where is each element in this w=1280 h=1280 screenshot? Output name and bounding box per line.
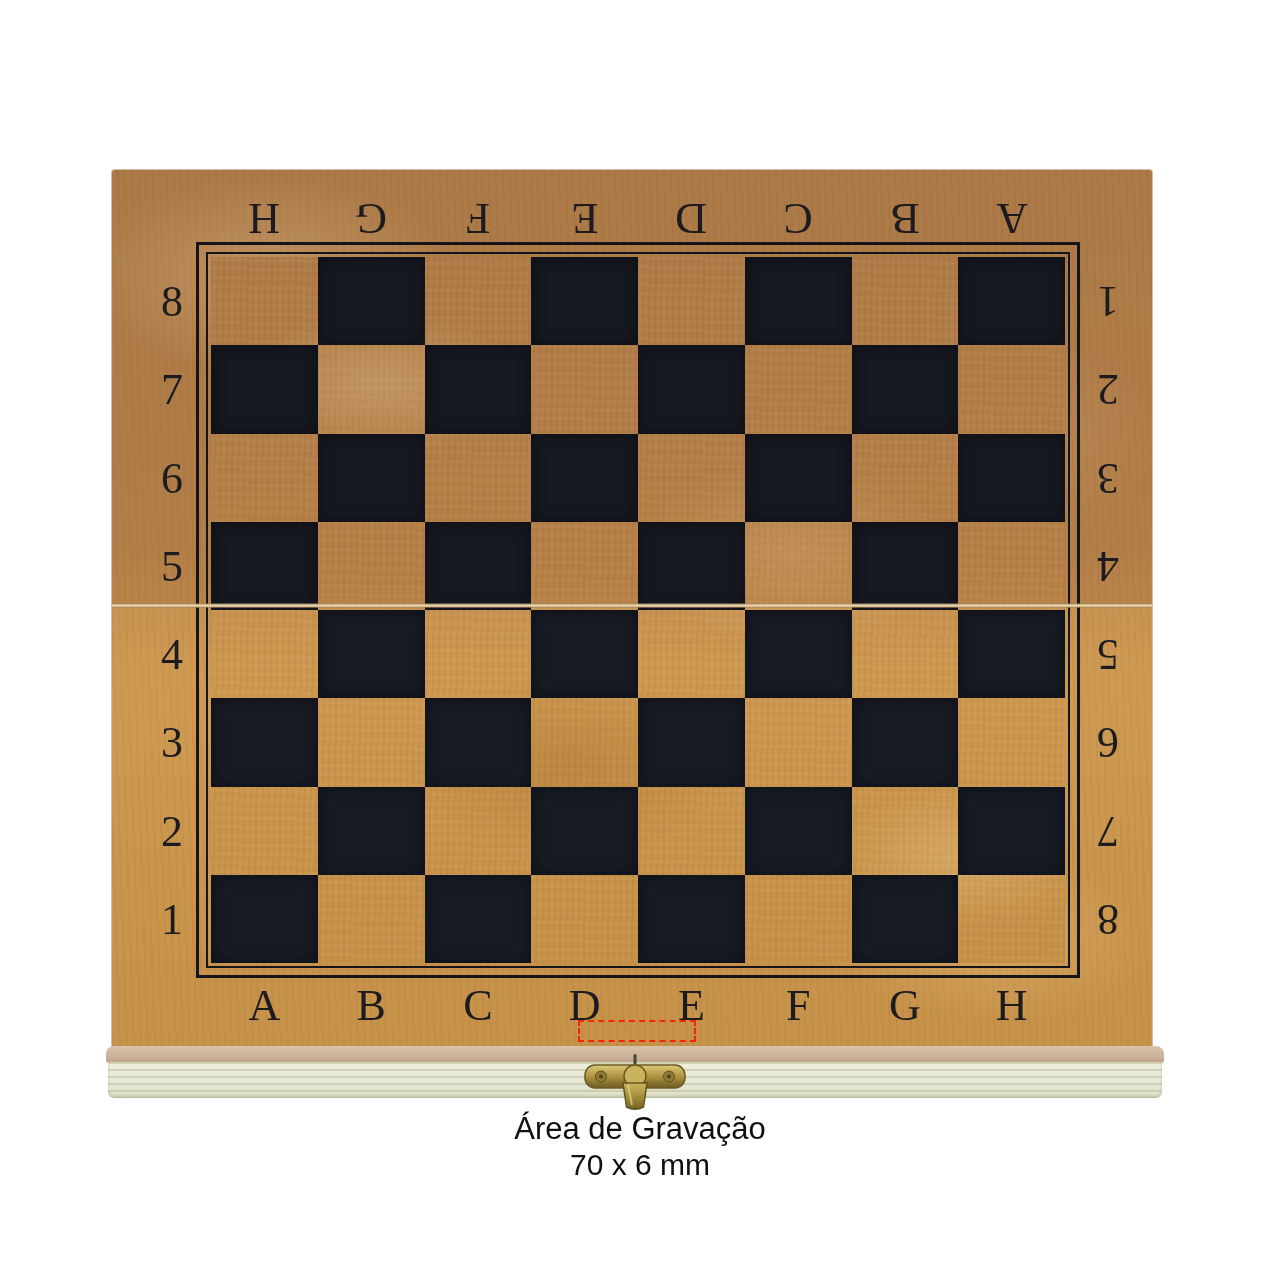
square-b8 [318,257,425,345]
square-f6 [745,434,852,522]
caption-line2: 70 x 6 mm [0,1148,1280,1182]
square-h1 [958,875,1065,963]
file-label-top-h: H [248,193,280,244]
square-f1 [745,875,852,963]
square-a4 [211,610,318,698]
square-b6 [318,434,425,522]
square-g7 [852,345,959,433]
square-e5 [638,522,745,610]
rank-label-left-8: 8 [161,276,183,327]
board-grid [211,257,1065,963]
file-label-top-g: G [355,193,387,244]
rank-label-right-8: 8 [1097,893,1119,944]
square-a2 [211,787,318,875]
square-h2 [958,787,1065,875]
rank-label-right-7: 7 [1097,805,1119,856]
square-a7 [211,345,318,433]
square-h8 [958,257,1065,345]
file-label-top-a: A [996,193,1028,244]
square-f5 [745,522,852,610]
square-g6 [852,434,959,522]
square-e1 [638,875,745,963]
square-c8 [425,257,532,345]
square-f7 [745,345,852,433]
square-g2 [852,787,959,875]
square-a5 [211,522,318,610]
square-g1 [852,875,959,963]
rank-label-right-2: 2 [1097,364,1119,415]
board-frame-inner [206,252,1070,968]
square-b3 [318,698,425,786]
square-a1 [211,875,318,963]
file-label-bottom-c: C [463,980,492,1031]
file-label-bottom-f: F [786,980,810,1031]
rank-label-left-1: 1 [161,893,183,944]
square-h3 [958,698,1065,786]
square-a8 [211,257,318,345]
rank-label-left-2: 2 [161,805,183,856]
square-f2 [745,787,852,875]
square-e7 [638,345,745,433]
square-c7 [425,345,532,433]
fold-seam [112,603,1152,608]
square-g5 [852,522,959,610]
square-e8 [638,257,745,345]
square-e4 [638,610,745,698]
square-g3 [852,698,959,786]
square-h7 [958,345,1065,433]
square-h4 [958,610,1065,698]
engraving-area-marker [578,1020,696,1042]
square-d6 [531,434,638,522]
rank-label-right-6: 6 [1097,717,1119,768]
square-h5 [958,522,1065,610]
square-b5 [318,522,425,610]
square-c1 [425,875,532,963]
rank-label-left-7: 7 [161,364,183,415]
square-c5 [425,522,532,610]
square-b1 [318,875,425,963]
square-e2 [638,787,745,875]
rank-label-right-3: 3 [1097,452,1119,503]
square-c2 [425,787,532,875]
square-b4 [318,610,425,698]
square-e6 [638,434,745,522]
rank-label-left-6: 6 [161,452,183,503]
square-d2 [531,787,638,875]
square-g4 [852,610,959,698]
square-d4 [531,610,638,698]
square-d5 [531,522,638,610]
square-b7 [318,345,425,433]
file-label-top-d: D [675,193,707,244]
square-f8 [745,257,852,345]
file-label-top-f: F [466,193,490,244]
square-b2 [318,787,425,875]
file-label-top-c: C [783,193,812,244]
board-frame-outer [196,242,1080,978]
chess-board: HA81GB72FC63ED54DE45CF36BG27AH18 [112,170,1152,1048]
rank-label-right-4: 4 [1097,540,1119,591]
caption: Área de Gravação 70 x 6 mm [0,1112,1280,1182]
brass-clasp-icon [580,1052,690,1114]
rank-label-right-5: 5 [1097,629,1119,680]
square-a3 [211,698,318,786]
square-h6 [958,434,1065,522]
rank-label-left-3: 3 [161,717,183,768]
square-e3 [638,698,745,786]
file-label-bottom-h: H [996,980,1028,1031]
square-a6 [211,434,318,522]
product-photo: HA81GB72FC63ED54DE45CF36BG27AH18 [0,0,1280,1280]
square-g8 [852,257,959,345]
square-c3 [425,698,532,786]
file-label-bottom-a: A [248,980,280,1031]
square-d8 [531,257,638,345]
square-c6 [425,434,532,522]
square-f3 [745,698,852,786]
square-f4 [745,610,852,698]
caption-line1: Área de Gravação [0,1112,1280,1146]
square-d7 [531,345,638,433]
square-c4 [425,610,532,698]
file-label-bottom-b: B [356,980,385,1031]
file-label-top-e: E [571,193,598,244]
rank-label-left-5: 5 [161,540,183,591]
file-label-top-b: B [890,193,919,244]
square-d1 [531,875,638,963]
square-d3 [531,698,638,786]
rank-label-right-1: 1 [1097,276,1119,327]
file-label-bottom-g: G [889,980,921,1031]
rank-label-left-4: 4 [161,629,183,680]
